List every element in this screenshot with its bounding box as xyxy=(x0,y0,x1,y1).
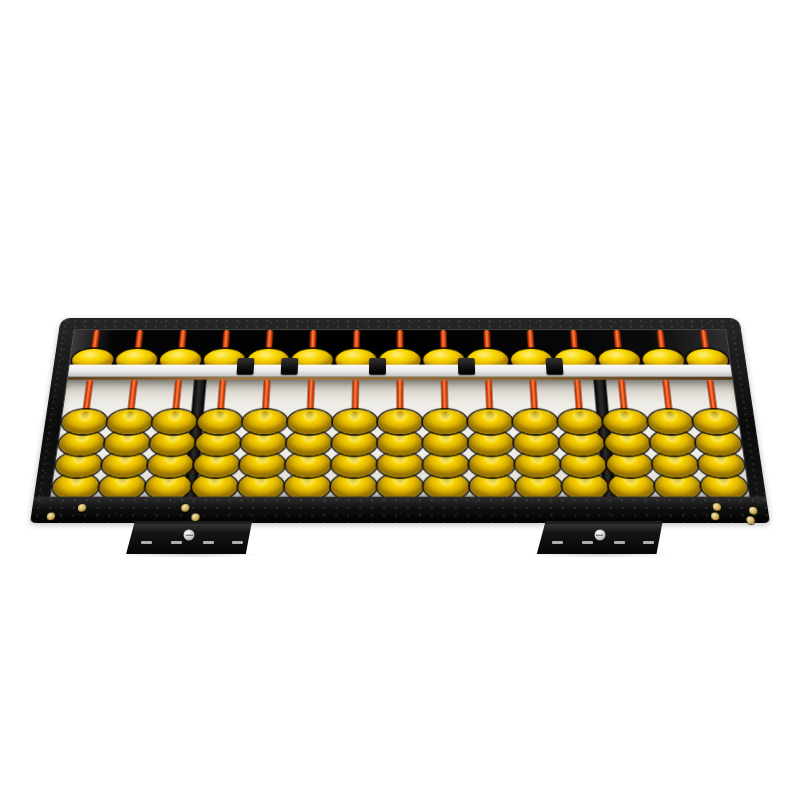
lower-deck xyxy=(51,380,749,497)
bottom-rail xyxy=(30,497,770,523)
rod-4-earth-bead-1[interactable] xyxy=(191,474,238,500)
lower-cell-rod-9 xyxy=(422,380,470,497)
rod-9-earth-bead-2[interactable] xyxy=(423,452,468,477)
rod-15-earth-bead-2[interactable] xyxy=(698,452,746,477)
rod-12-earth-bead-1[interactable] xyxy=(562,474,609,500)
rod-1-earth-bead-4[interactable] xyxy=(60,410,107,434)
beam-marker-4[interactable] xyxy=(457,358,474,375)
foot-2-slot-4 xyxy=(643,541,654,544)
foot-2 xyxy=(537,521,663,554)
brass-screw-2 xyxy=(77,504,86,512)
rod-14-earth-bead-2[interactable] xyxy=(652,452,700,477)
upper-cell-rod-1 xyxy=(70,330,118,364)
rod-5-earth-bead-1[interactable] xyxy=(237,474,284,500)
foot-2-screw xyxy=(594,530,605,541)
rod-15-earth-bead-4[interactable] xyxy=(692,410,739,434)
rod-9-earth-bead-1[interactable] xyxy=(424,474,470,500)
rod-11-earth-bead-2[interactable] xyxy=(515,452,561,477)
rod-7-earth-bead-1[interactable] xyxy=(331,474,377,500)
brass-screw-6 xyxy=(748,507,757,515)
rod-11-earth-bead-4[interactable] xyxy=(513,410,559,434)
foot-1-slot-2 xyxy=(171,541,182,544)
beam-marker-1[interactable] xyxy=(237,358,255,375)
rod-14-earth-bead-1[interactable] xyxy=(654,474,702,500)
reckoning-beam xyxy=(68,365,732,377)
upper-cell-rod-15 xyxy=(682,330,730,364)
rod-4-earth-bead-2[interactable] xyxy=(193,452,240,477)
lower-cell-rod-10 xyxy=(466,380,516,497)
brass-screw-5 xyxy=(713,503,722,511)
feet-row xyxy=(30,521,770,557)
foot-1-shadow xyxy=(119,551,259,558)
rod-10-earth-bead-3[interactable] xyxy=(468,431,513,456)
rod-5-earth-bead-3[interactable] xyxy=(240,431,286,456)
rod-1-earth-bead-2[interactable] xyxy=(54,452,102,477)
rod-15-earth-bead-1[interactable] xyxy=(700,474,749,500)
rod-7-earth-bead-4[interactable] xyxy=(332,410,377,434)
rod-2-earth-bead-4[interactable] xyxy=(106,410,153,434)
foot-1-slot-1 xyxy=(141,541,152,544)
lower-cell-rod-8 xyxy=(377,380,424,497)
brass-screw-7 xyxy=(711,512,720,520)
lower-cell-rod-6 xyxy=(284,380,334,497)
rod-9-earth-bead-3[interactable] xyxy=(423,431,468,456)
rod-2-earth-bead-2[interactable] xyxy=(100,452,148,477)
rod-1-earth-bead-3[interactable] xyxy=(57,431,105,456)
rod-8-earth-bead-2[interactable] xyxy=(377,452,422,477)
lower-cell-rod-11 xyxy=(511,380,563,497)
rod-1-earth-bead-1[interactable] xyxy=(51,474,100,500)
rod-4-earth-bead-3[interactable] xyxy=(195,431,241,456)
beam-marker-5[interactable] xyxy=(545,358,563,375)
lower-cell-rod-5 xyxy=(237,380,289,497)
rod-5-earth-bead-4[interactable] xyxy=(242,410,288,434)
rod-10-earth-bead-4[interactable] xyxy=(468,410,513,434)
foot-2-shadow xyxy=(530,551,670,558)
rod-8-earth-bead-4[interactable] xyxy=(378,410,422,434)
rod-6-earth-bead-1[interactable] xyxy=(284,474,330,500)
rod-11-earth-bead-3[interactable] xyxy=(514,431,560,456)
rod-5-earth-bead-2[interactable] xyxy=(239,452,285,477)
frame-interior xyxy=(51,330,749,496)
rod-12-earth-bead-3[interactable] xyxy=(559,431,605,456)
upper-cell-rod-14 xyxy=(639,330,687,364)
abacus xyxy=(30,288,770,557)
rod-2-earth-bead-1[interactable] xyxy=(98,474,146,500)
abacus-frame xyxy=(30,318,770,523)
lower-cell-rod-7 xyxy=(330,380,378,497)
rod-4-earth-bead-4[interactable] xyxy=(196,410,242,434)
rod-10-earth-bead-2[interactable] xyxy=(469,452,515,477)
foot-1-screw xyxy=(184,530,195,541)
upper-cell-rod-3 xyxy=(158,330,205,364)
rod-8-earth-bead-1[interactable] xyxy=(377,474,423,500)
foot-2-slot-1 xyxy=(552,541,563,544)
beam-underlay-strip xyxy=(68,376,733,379)
product-photo-scene xyxy=(0,0,800,800)
beam-marker-3[interactable] xyxy=(369,358,386,375)
upper-deck xyxy=(70,330,731,364)
rod-6-earth-bead-2[interactable] xyxy=(285,452,331,477)
foot-1-slot-3 xyxy=(203,541,214,544)
rod-7-earth-bead-3[interactable] xyxy=(332,431,377,456)
rod-14-earth-bead-4[interactable] xyxy=(647,410,694,434)
brass-screw-1 xyxy=(47,512,56,520)
foot-2-slot-2 xyxy=(582,541,593,544)
rod-15-earth-bead-3[interactable] xyxy=(695,431,743,456)
rod-10-earth-bead-1[interactable] xyxy=(470,474,516,500)
upper-cell-rod-2 xyxy=(114,330,162,364)
brass-screw-3 xyxy=(181,504,190,512)
foot-1 xyxy=(126,521,252,554)
brass-screw-4 xyxy=(191,513,200,521)
rod-2-earth-bead-3[interactable] xyxy=(103,431,150,456)
rod-14-earth-bead-3[interactable] xyxy=(650,431,697,456)
rod-6-earth-bead-4[interactable] xyxy=(287,410,332,434)
rod-8-earth-bead-3[interactable] xyxy=(378,431,423,456)
rod-7-earth-bead-2[interactable] xyxy=(331,452,376,477)
rod-6-earth-bead-3[interactable] xyxy=(286,431,331,456)
beam-marker-2[interactable] xyxy=(281,358,299,375)
rod-9-earth-bead-4[interactable] xyxy=(423,410,468,434)
foot-1-slot-4 xyxy=(232,541,243,544)
foot-2-slot-3 xyxy=(614,541,625,544)
rod-12-earth-bead-2[interactable] xyxy=(560,452,607,477)
upper-cell-rod-13 xyxy=(595,330,642,364)
rod-12-earth-bead-4[interactable] xyxy=(558,410,604,434)
rod-11-earth-bead-1[interactable] xyxy=(516,474,563,500)
